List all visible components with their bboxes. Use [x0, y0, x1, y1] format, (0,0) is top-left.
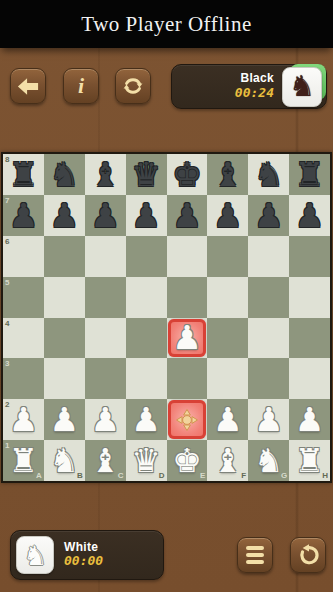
undo-icon [296, 543, 320, 567]
white-knight-icon: ♞ [23, 542, 47, 569]
black-bishop: ♝ [207, 154, 248, 195]
rank-label-3: 3 [5, 360, 9, 368]
square-h1[interactable]: ♜H [289, 440, 330, 481]
white-pawn: ♟ [44, 399, 85, 440]
last-move-to-highlight [168, 319, 207, 358]
file-label-F: F [241, 472, 246, 480]
square-b7[interactable]: ♟ [44, 195, 85, 236]
square-c3[interactable] [85, 358, 126, 399]
white-player-panel: ♞ White 00:00 [10, 530, 164, 580]
square-h8[interactable]: ♜ [289, 154, 330, 195]
black-pawn: ♟ [126, 195, 167, 236]
rank-label-6: 6 [5, 238, 9, 246]
file-label-G: G [281, 472, 287, 480]
square-d3[interactable] [126, 358, 167, 399]
page-title: Two Player Offline [81, 12, 251, 37]
square-a1[interactable]: ♜1A [3, 440, 44, 481]
white-player-card: ♞ [16, 536, 54, 574]
square-d4[interactable] [126, 318, 167, 359]
square-f7[interactable]: ♟ [207, 195, 248, 236]
square-b4[interactable] [44, 318, 85, 359]
rank-label-1: 1 [5, 442, 9, 450]
black-player-panel: Black 00:24 ♞ [171, 64, 327, 109]
square-g8[interactable]: ♞ [248, 154, 289, 195]
menu-button[interactable] [237, 537, 273, 573]
square-g5[interactable] [248, 277, 289, 318]
square-f1[interactable]: ♝F [207, 440, 248, 481]
black-knight: ♞ [44, 154, 85, 195]
square-e1[interactable]: ♚E [167, 440, 208, 481]
square-e4[interactable]: ♟ [167, 318, 208, 359]
square-g2[interactable]: ♟ [248, 399, 289, 440]
title-bar: Two Player Offline [0, 0, 333, 48]
square-c4[interactable] [85, 318, 126, 359]
square-g6[interactable] [248, 236, 289, 277]
square-h6[interactable] [289, 236, 330, 277]
square-g4[interactable] [248, 318, 289, 359]
menu-icon [246, 546, 264, 564]
black-player-label: Black [240, 72, 274, 86]
file-label-C: C [118, 472, 124, 480]
square-e8[interactable]: ♚ [167, 154, 208, 195]
square-a4[interactable]: 4 [3, 318, 44, 359]
rank-label-2: 2 [5, 401, 9, 409]
square-c6[interactable] [85, 236, 126, 277]
file-label-B: B [77, 472, 83, 480]
info-icon: i [78, 75, 84, 97]
square-c2[interactable]: ♟ [85, 399, 126, 440]
square-g7[interactable]: ♟ [248, 195, 289, 236]
black-rook: ♜ [289, 154, 330, 195]
chess-board: ♜8♞♝♛♚♝♞♜♟7♟♟♟♟♟♟♟654♟3♟2♟♟♟♟♟♟♜1A♞B♝C♛D… [3, 154, 330, 481]
square-g3[interactable] [248, 358, 289, 399]
square-c1[interactable]: ♝C [85, 440, 126, 481]
square-h2[interactable]: ♟ [289, 399, 330, 440]
move-origin-icon [167, 399, 208, 440]
square-f4[interactable] [207, 318, 248, 359]
square-b2[interactable]: ♟ [44, 399, 85, 440]
square-c7[interactable]: ♟ [85, 195, 126, 236]
white-pawn: ♟ [289, 399, 330, 440]
white-player-label: White [64, 541, 98, 555]
square-d2[interactable]: ♟ [126, 399, 167, 440]
black-knight-icon: ♞ [289, 72, 315, 101]
black-knight: ♞ [248, 154, 289, 195]
square-a6[interactable]: 6 [3, 236, 44, 277]
info-button[interactable]: i [63, 68, 99, 104]
rank-label-7: 7 [5, 197, 9, 205]
square-h5[interactable] [289, 277, 330, 318]
square-c8[interactable]: ♝ [85, 154, 126, 195]
square-e6[interactable] [167, 236, 208, 277]
square-e3[interactable] [167, 358, 208, 399]
square-a3[interactable]: 3 [3, 358, 44, 399]
white-pawn: ♟ [85, 399, 126, 440]
rank-label-5: 5 [5, 279, 9, 287]
white-pawn: ♟ [126, 399, 167, 440]
square-a7[interactable]: ♟7 [3, 195, 44, 236]
square-a5[interactable]: 5 [3, 277, 44, 318]
file-label-A: A [36, 472, 42, 480]
square-h4[interactable] [289, 318, 330, 359]
black-pawn: ♟ [207, 195, 248, 236]
black-pawn: ♟ [44, 195, 85, 236]
square-b6[interactable] [44, 236, 85, 277]
square-b8[interactable]: ♞ [44, 154, 85, 195]
square-b5[interactable] [44, 277, 85, 318]
black-player-card: ♞ [282, 67, 322, 107]
back-icon [17, 77, 39, 96]
file-label-D: D [159, 472, 165, 480]
white-player-info: White 00:00 [64, 541, 103, 570]
square-d6[interactable] [126, 236, 167, 277]
square-g1[interactable]: ♞G [248, 440, 289, 481]
rank-label-8: 8 [5, 156, 9, 164]
white-piece-card: ♞ [16, 536, 54, 574]
square-h3[interactable] [289, 358, 330, 399]
square-f5[interactable] [207, 277, 248, 318]
board-frame: ♜8♞♝♛♚♝♞♜♟7♟♟♟♟♟♟♟654♟3♟2♟♟♟♟♟♟♜1A♞B♝C♛D… [1, 152, 332, 483]
black-piece-card: ♞ [282, 67, 322, 107]
square-e5[interactable] [167, 277, 208, 318]
square-e2[interactable] [167, 399, 208, 440]
white-pawn: ♟ [207, 399, 248, 440]
square-e7[interactable]: ♟ [167, 195, 208, 236]
square-b3[interactable] [44, 358, 85, 399]
square-d1[interactable]: ♛D [126, 440, 167, 481]
square-d8[interactable]: ♛ [126, 154, 167, 195]
back-button[interactable] [10, 68, 46, 104]
white-pawn: ♟ [248, 399, 289, 440]
square-d7[interactable]: ♟ [126, 195, 167, 236]
square-f6[interactable] [207, 236, 248, 277]
flip-board-button[interactable] [115, 68, 151, 104]
black-pawn: ♟ [85, 195, 126, 236]
square-f8[interactable]: ♝ [207, 154, 248, 195]
white-player-clock: 00:00 [64, 554, 103, 569]
rank-label-4: 4 [5, 320, 9, 328]
square-c5[interactable] [85, 277, 126, 318]
black-player-clock: 00:24 [235, 86, 274, 101]
square-f3[interactable] [207, 358, 248, 399]
black-pawn: ♟ [248, 195, 289, 236]
black-pawn: ♟ [167, 195, 208, 236]
flip-board-icon [121, 74, 145, 98]
square-d5[interactable] [126, 277, 167, 318]
black-pawn: ♟ [289, 195, 330, 236]
chess-app-screen: Two Player Offline i Black 00:24 [0, 0, 333, 592]
square-f2[interactable]: ♟ [207, 399, 248, 440]
black-queen: ♛ [126, 154, 167, 195]
file-label-E: E [200, 472, 205, 480]
black-player-info: Black 00:24 [235, 72, 274, 101]
file-label-H: H [322, 472, 328, 480]
black-king: ♚ [167, 154, 208, 195]
black-bishop: ♝ [85, 154, 126, 195]
square-a8[interactable]: ♜8 [3, 154, 44, 195]
square-a2[interactable]: ♟2 [3, 399, 44, 440]
square-h7[interactable]: ♟ [289, 195, 330, 236]
undo-button[interactable] [290, 537, 326, 573]
square-b1[interactable]: ♞B [44, 440, 85, 481]
